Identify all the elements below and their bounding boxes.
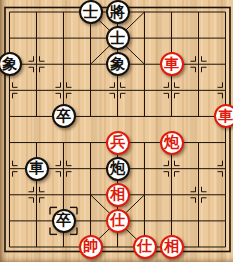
piece-black-general[interactable]: 將 xyxy=(106,0,130,24)
piece-black-cannon[interactable]: 炮 xyxy=(106,157,130,181)
piece-black-advisor-1[interactable]: 士 xyxy=(79,0,103,24)
pieces-layer: 士將士象象卒車炮卒車車兵炮相仕帥仕相 xyxy=(0,0,233,262)
piece-red-advisor-1[interactable]: 仕 xyxy=(106,209,130,233)
piece-black-soldier-1[interactable]: 卒 xyxy=(52,104,76,128)
piece-red-cannon[interactable]: 炮 xyxy=(160,131,184,155)
piece-red-chariot-1[interactable]: 車 xyxy=(160,52,184,76)
piece-red-advisor-2[interactable]: 仕 xyxy=(133,235,157,259)
piece-black-elephant-1[interactable]: 象 xyxy=(0,52,22,76)
piece-black-soldier-2[interactable]: 卒 xyxy=(52,209,76,233)
xiangqi-board: 士將士象象卒車炮卒車車兵炮相仕帥仕相 xyxy=(0,0,233,262)
piece-red-elephant-1[interactable]: 相 xyxy=(106,183,130,207)
piece-red-king[interactable]: 帥 xyxy=(79,235,103,259)
piece-red-soldier[interactable]: 兵 xyxy=(106,131,130,155)
piece-red-elephant-2[interactable]: 相 xyxy=(160,235,184,259)
piece-red-chariot-2[interactable]: 車 xyxy=(214,104,234,128)
piece-black-chariot[interactable]: 車 xyxy=(25,157,49,181)
piece-black-elephant-2[interactable]: 象 xyxy=(106,52,130,76)
piece-black-advisor-2[interactable]: 士 xyxy=(106,26,130,50)
